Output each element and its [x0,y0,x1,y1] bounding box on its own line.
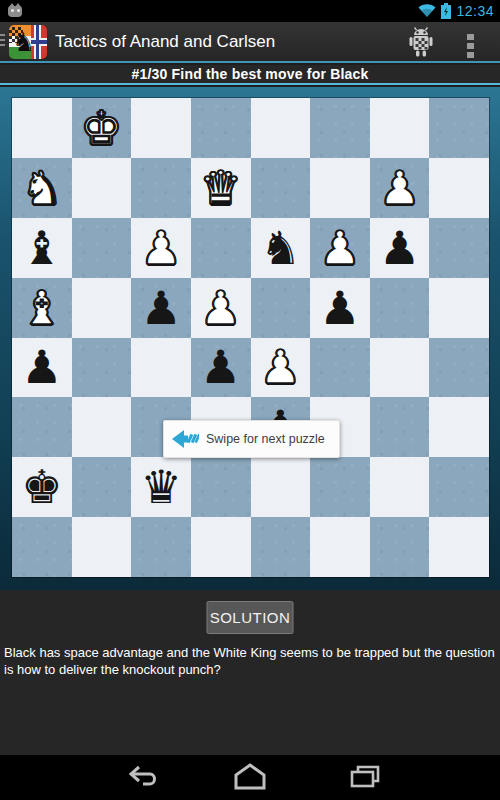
square-c1[interactable] [131,517,191,577]
puzzle-header: #1/30 Find the best move for Black [0,65,500,85]
piece-black-queen-c2[interactable]: ♛ [140,464,181,510]
overflow-menu-icon[interactable] [467,34,474,58]
square-a8[interactable] [12,98,72,158]
square-a5[interactable]: ♝ [12,278,72,338]
square-g1[interactable] [370,517,430,577]
square-c5[interactable]: ♟ [131,278,191,338]
battery-charging-icon [441,3,451,19]
piece-black-pawn-c5[interactable]: ♟ [140,285,181,331]
piece-white-knight-a7[interactable]: ♞ [21,165,62,211]
piece-white-bishop-a5[interactable]: ♝ [21,285,62,331]
square-d2[interactable] [191,457,251,517]
square-h3[interactable] [429,397,489,457]
puzzle-header-text: #1/30 Find the best move for Black [131,66,368,82]
square-c7[interactable] [131,158,191,218]
piece-white-pawn-d5[interactable]: ♟ [200,285,241,331]
square-d8[interactable] [191,98,251,158]
piece-white-pawn-f6[interactable]: ♟ [319,225,360,271]
square-g5[interactable] [370,278,430,338]
square-c4[interactable] [131,338,191,398]
app-screen: 12:34 ♞ Tactics of Anand and Carlsen [0,0,500,800]
square-f6[interactable]: ♟ [310,218,370,278]
square-a6[interactable]: ♝ [12,218,72,278]
square-h1[interactable] [429,517,489,577]
square-b7[interactable] [72,158,132,218]
square-b6[interactable] [72,218,132,278]
piece-black-pawn-f5[interactable]: ♟ [319,285,360,331]
piece-white-queen-d7[interactable]: ♛ [200,165,241,211]
clock: 12:34 [456,3,494,19]
square-e2[interactable] [251,457,311,517]
piece-white-pawn-e4[interactable]: ♟ [260,344,301,390]
square-a3[interactable] [12,397,72,457]
piece-white-pawn-g7[interactable]: ♟ [379,165,420,211]
square-h2[interactable] [429,457,489,517]
home-icon[interactable] [234,763,266,791]
square-c2[interactable]: ♛ [131,457,191,517]
swipe-tooltip-text: Swipe for next puzzle [206,432,325,446]
square-h5[interactable] [429,278,489,338]
square-b3[interactable] [72,397,132,457]
piece-white-pawn-c6[interactable]: ♟ [140,225,181,271]
square-e5[interactable] [251,278,311,338]
chess-board[interactable]: ♚♞♛♟♝♟♞♟♟♝♟♟♟♟♟♟♟♚♛ [12,98,489,577]
piece-black-knight-e6[interactable]: ♞ [260,225,301,271]
square-b1[interactable] [72,517,132,577]
square-e7[interactable] [251,158,311,218]
app-icon: ♞ [9,25,47,59]
square-h4[interactable] [429,338,489,398]
wifi-icon [418,4,436,18]
square-b5[interactable] [72,278,132,338]
square-f8[interactable] [310,98,370,158]
square-e4[interactable]: ♟ [251,338,311,398]
square-g3[interactable] [370,397,430,457]
puzzle-caption: Black has space advantage and the White … [4,645,498,678]
square-h7[interactable] [429,158,489,218]
square-d6[interactable] [191,218,251,278]
square-d5[interactable]: ♟ [191,278,251,338]
square-f2[interactable] [310,457,370,517]
square-b4[interactable] [72,338,132,398]
square-h6[interactable] [429,218,489,278]
square-a2[interactable]: ♚ [12,457,72,517]
action-bar: ♞ Tactics of Anand and Carlsen [0,22,500,63]
square-f5[interactable]: ♟ [310,278,370,338]
square-b2[interactable] [72,457,132,517]
swipe-arrow-icon [172,429,199,449]
nav-bar [0,755,500,800]
square-a4[interactable]: ♟ [12,338,72,398]
square-g4[interactable] [370,338,430,398]
square-a7[interactable]: ♞ [12,158,72,218]
square-e6[interactable]: ♞ [251,218,311,278]
square-h8[interactable] [429,98,489,158]
edge-menu-icon[interactable] [0,34,5,46]
piece-black-bishop-a6[interactable]: ♝ [21,225,62,271]
square-d7[interactable]: ♛ [191,158,251,218]
piece-black-pawn-a4[interactable]: ♟ [21,344,62,390]
square-d1[interactable] [191,517,251,577]
app-title: Tactics of Anand and Carlsen [55,32,275,52]
square-a1[interactable] [12,517,72,577]
notification-icon [8,6,22,17]
square-f1[interactable] [310,517,370,577]
solution-button[interactable]: SOLUTION [207,601,294,634]
square-g6[interactable]: ♟ [370,218,430,278]
piece-black-pawn-g6[interactable]: ♟ [379,225,420,271]
square-g7[interactable]: ♟ [370,158,430,218]
back-icon[interactable] [127,763,161,791]
square-g8[interactable] [370,98,430,158]
piece-black-king-a2[interactable]: ♚ [21,464,62,510]
board-frame: ♚♞♛♟♝♟♞♟♟♝♟♟♟♟♟♟♟♚♛ [0,87,500,590]
piece-white-king-b8[interactable]: ♚ [81,105,122,151]
square-g2[interactable] [370,457,430,517]
swipe-tooltip[interactable]: Swipe for next puzzle [163,420,340,458]
square-f4[interactable] [310,338,370,398]
recents-icon[interactable] [349,763,381,791]
square-c6[interactable]: ♟ [131,218,191,278]
square-d4[interactable]: ♟ [191,338,251,398]
square-e1[interactable] [251,517,311,577]
status-bar: 12:34 [0,0,500,22]
content-area: SOLUTION Black has space advantage and t… [0,590,500,755]
square-e8[interactable] [251,98,311,158]
square-c8[interactable] [131,98,191,158]
square-f7[interactable] [310,158,370,218]
chess-engine-robot-icon[interactable] [403,27,439,59]
square-b8[interactable]: ♚ [72,98,132,158]
piece-black-pawn-d4[interactable]: ♟ [200,344,241,390]
